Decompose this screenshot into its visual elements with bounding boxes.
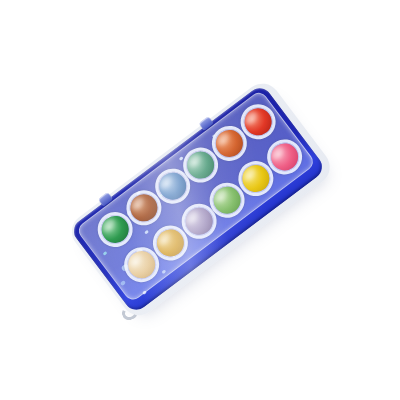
watercolor-paintbox <box>69 83 327 315</box>
photo-scene <box>0 0 400 400</box>
